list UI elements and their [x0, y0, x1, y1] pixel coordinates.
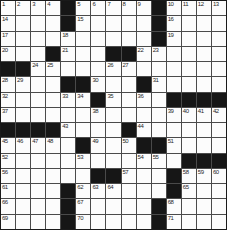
cell-r11c8[interactable]	[106, 154, 120, 168]
cell-r8c13[interactable]: 40	[182, 108, 196, 122]
cell-r2c4[interactable]	[46, 16, 60, 30]
cell-r1c1[interactable]: 1	[1, 1, 15, 15]
clue-number-34: 34	[77, 93, 83, 100]
clue-number-5: 5	[77, 1, 80, 8]
black-cell-r9c2	[16, 123, 30, 137]
clue-number-16: 16	[168, 16, 174, 23]
cell-r5c3[interactable]: 24	[31, 62, 45, 76]
cell-r15c10[interactable]	[137, 215, 151, 229]
cell-r4c6[interactable]	[76, 47, 90, 61]
cell-r10c1[interactable]: 45	[1, 138, 15, 152]
black-cell-r5c2	[16, 62, 30, 76]
cell-r14c7[interactable]	[91, 199, 105, 213]
cell-r7c6[interactable]: 34	[76, 93, 90, 107]
cell-r4c3[interactable]	[31, 47, 45, 61]
cell-r9c8[interactable]	[106, 123, 120, 137]
black-cell-r10c11	[152, 138, 166, 152]
cell-r1c9[interactable]: 8	[122, 1, 136, 15]
cell-r8c3[interactable]	[31, 108, 45, 122]
cell-r15c9[interactable]	[122, 215, 136, 229]
cell-r9c11[interactable]	[152, 123, 166, 137]
clue-number-20: 20	[2, 47, 8, 54]
clue-number-65: 65	[183, 184, 189, 191]
clue-number-44: 44	[138, 123, 144, 130]
cell-r13c10[interactable]	[137, 184, 151, 198]
clue-number-63: 63	[92, 184, 98, 191]
clue-number-35: 35	[107, 93, 113, 100]
clue-number-52: 52	[2, 154, 8, 161]
black-cell-r2c11	[152, 16, 166, 30]
cell-r11c7[interactable]	[91, 154, 105, 168]
clue-number-53: 53	[77, 154, 83, 161]
clue-number-47: 47	[32, 138, 38, 145]
cell-r4c10[interactable]: 22	[137, 47, 151, 61]
cell-r9c5[interactable]: 43	[61, 123, 75, 137]
cell-r14c3[interactable]	[31, 199, 45, 213]
cell-r2c10[interactable]	[137, 16, 151, 30]
clue-number-36: 36	[138, 93, 144, 100]
cell-r5c10[interactable]	[137, 62, 151, 76]
cell-r10c4[interactable]: 48	[46, 138, 60, 152]
clue-number-27: 27	[123, 62, 129, 69]
clue-number-2: 2	[17, 1, 20, 8]
clue-number-51: 51	[168, 138, 174, 145]
cell-r15c7[interactable]	[91, 215, 105, 229]
cell-r13c2[interactable]	[16, 184, 30, 198]
cell-r12c6[interactable]	[76, 169, 90, 183]
clue-number-23: 23	[153, 47, 159, 54]
cell-r4c1[interactable]: 20	[1, 47, 15, 61]
cell-r1c4[interactable]: 4	[46, 1, 60, 15]
clue-number-29: 29	[17, 77, 23, 84]
cell-r9c6[interactable]	[76, 123, 90, 137]
cell-r2c6[interactable]: 15	[76, 16, 90, 30]
cell-r1c3[interactable]: 3	[31, 1, 45, 15]
cell-r3c9[interactable]	[122, 32, 136, 46]
cell-r11c1[interactable]: 52	[1, 154, 15, 168]
black-cell-r6c5	[61, 77, 75, 91]
cell-r11c4[interactable]	[46, 154, 60, 168]
clue-number-42: 42	[213, 108, 219, 115]
cell-r8c7[interactable]: 38	[91, 108, 105, 122]
cell-r14c2[interactable]	[16, 199, 30, 213]
cell-r14c15[interactable]	[212, 199, 226, 213]
cell-r3c4[interactable]	[46, 32, 60, 46]
cell-r2c13[interactable]	[182, 16, 196, 30]
cell-r12c9[interactable]: 57	[122, 169, 136, 183]
cell-r4c5[interactable]: 21	[61, 47, 75, 61]
cell-r5c9[interactable]: 27	[122, 62, 136, 76]
cell-r8c14[interactable]: 41	[197, 108, 211, 122]
black-cell-r1c11	[152, 1, 166, 15]
clue-number-25: 25	[47, 62, 53, 69]
cell-r8c11[interactable]	[152, 108, 166, 122]
clue-number-50: 50	[123, 138, 129, 145]
cell-r2c15[interactable]	[212, 16, 226, 30]
clue-number-40: 40	[183, 108, 189, 115]
clue-number-6: 6	[92, 1, 95, 8]
cell-r1c15[interactable]: 13	[212, 1, 226, 15]
cell-r1c13[interactable]: 11	[182, 1, 196, 15]
cell-r6c15[interactable]	[212, 77, 226, 91]
cell-r5c5[interactable]	[61, 62, 75, 76]
cell-r13c15[interactable]	[212, 184, 226, 198]
cell-r12c3[interactable]	[31, 169, 45, 183]
cell-r3c7[interactable]	[91, 32, 105, 46]
cell-r13c11[interactable]	[152, 184, 166, 198]
cell-r13c1[interactable]: 61	[1, 184, 15, 198]
cell-r6c2[interactable]: 29	[16, 77, 30, 91]
clue-number-24: 24	[32, 62, 38, 69]
black-cell-r11c13	[182, 154, 196, 168]
clue-number-57: 57	[123, 169, 129, 176]
cell-r3c8[interactable]	[106, 32, 120, 46]
cell-r4c14[interactable]	[197, 47, 211, 61]
cell-r10c3[interactable]: 47	[31, 138, 45, 152]
cell-r12c10[interactable]	[137, 169, 151, 183]
cell-r3c1[interactable]: 17	[1, 32, 15, 46]
cell-r1c2[interactable]: 2	[16, 1, 30, 15]
clue-number-66: 66	[2, 199, 8, 206]
clue-number-43: 43	[62, 123, 68, 130]
clue-number-30: 30	[92, 77, 98, 84]
black-cell-r12c7	[91, 169, 105, 183]
clue-number-71: 71	[168, 215, 174, 222]
cell-r12c4[interactable]	[46, 169, 60, 183]
clue-number-60: 60	[213, 169, 219, 176]
clue-number-11: 11	[183, 1, 188, 8]
clue-number-39: 39	[168, 108, 174, 115]
cell-r13c7[interactable]: 63	[91, 184, 105, 198]
cell-r11c6[interactable]: 53	[76, 154, 90, 168]
clue-number-70: 70	[77, 215, 83, 222]
cell-r2c2[interactable]	[16, 16, 30, 30]
black-cell-r4c4	[46, 47, 60, 61]
black-cell-r5c1	[1, 62, 15, 76]
cell-r6c11[interactable]: 31	[152, 77, 166, 91]
clue-number-56: 56	[2, 169, 8, 176]
cell-r13c6[interactable]: 62	[76, 184, 90, 198]
cell-r7c1[interactable]: 32	[1, 93, 15, 107]
clue-number-37: 37	[2, 108, 8, 115]
black-cell-r7c15	[212, 93, 226, 107]
cell-r13c3[interactable]	[31, 184, 45, 198]
black-cell-r4c8	[106, 47, 120, 61]
cell-r5c13[interactable]	[182, 62, 196, 76]
black-cell-r12c8	[106, 169, 120, 183]
cell-r6c3[interactable]	[31, 77, 45, 91]
cell-r6c12[interactable]	[167, 77, 181, 91]
cell-r2c7[interactable]	[91, 16, 105, 30]
cell-r14c12[interactable]: 68	[167, 199, 181, 213]
cell-r6c9[interactable]	[122, 77, 136, 91]
cell-r4c12[interactable]	[167, 47, 181, 61]
cell-r7c9[interactable]	[122, 93, 136, 107]
cell-r11c3[interactable]	[31, 154, 45, 168]
clue-number-14: 14	[2, 16, 8, 23]
cell-r15c1[interactable]: 69	[1, 215, 15, 229]
black-cell-r14c5	[61, 199, 75, 213]
cell-r12c15[interactable]: 60	[212, 169, 226, 183]
black-cell-r14c11	[152, 199, 166, 213]
cell-r7c8[interactable]: 35	[106, 93, 120, 107]
cell-r5c15[interactable]	[212, 62, 226, 76]
black-cell-r10c10	[137, 138, 151, 152]
cell-r15c13[interactable]	[182, 215, 196, 229]
cell-r14c10[interactable]	[137, 199, 151, 213]
cell-r6c8[interactable]	[106, 77, 120, 91]
clue-number-59: 59	[198, 169, 204, 176]
cell-r5c12[interactable]	[167, 62, 181, 76]
cell-r10c5[interactable]	[61, 138, 75, 152]
clue-number-55: 55	[153, 154, 159, 161]
cell-r8c6[interactable]	[76, 108, 90, 122]
cell-r15c2[interactable]	[16, 215, 30, 229]
cell-r13c4[interactable]	[46, 184, 60, 198]
clue-number-4: 4	[47, 1, 50, 8]
cell-r3c6[interactable]	[76, 32, 90, 46]
cell-r14c1[interactable]: 66	[1, 199, 15, 213]
cell-r13c8[interactable]: 64	[106, 184, 120, 198]
clue-number-58: 58	[183, 169, 189, 176]
cell-r3c13[interactable]	[182, 32, 196, 46]
cell-r11c12[interactable]	[167, 154, 181, 168]
black-cell-r3c11	[152, 32, 166, 46]
cell-r9c15[interactable]	[212, 123, 226, 137]
clue-number-13: 13	[213, 1, 219, 8]
cell-r13c9[interactable]	[122, 184, 136, 198]
clue-number-61: 61	[2, 184, 8, 191]
cell-r3c2[interactable]	[16, 32, 30, 46]
clue-number-19: 19	[168, 32, 174, 39]
clue-number-21: 21	[62, 47, 68, 54]
cell-r14c9[interactable]	[122, 199, 136, 213]
black-cell-r6c10	[137, 77, 151, 91]
cell-r12c14[interactable]: 59	[197, 169, 211, 183]
clue-number-9: 9	[138, 1, 141, 8]
clue-number-22: 22	[138, 47, 144, 54]
cell-r11c11[interactable]: 55	[152, 154, 166, 168]
clue-number-10: 10	[168, 1, 174, 8]
cell-r7c10[interactable]: 36	[137, 93, 151, 107]
clue-number-28: 28	[2, 77, 8, 84]
cell-r10c13[interactable]	[182, 138, 196, 152]
cell-r10c2[interactable]: 46	[16, 138, 30, 152]
clue-number-8: 8	[123, 1, 126, 8]
clue-number-3: 3	[32, 1, 35, 8]
cell-r3c5[interactable]: 18	[61, 32, 75, 46]
cell-r9c12[interactable]	[167, 123, 181, 137]
clue-number-18: 18	[62, 32, 68, 39]
cell-r10c7[interactable]: 49	[91, 138, 105, 152]
cell-r9c13[interactable]	[182, 123, 196, 137]
cell-r2c14[interactable]	[197, 16, 211, 30]
black-cell-r9c9	[122, 123, 136, 137]
cell-r13c14[interactable]	[197, 184, 211, 198]
black-cell-r15c5	[61, 215, 75, 229]
clue-number-32: 32	[2, 93, 8, 100]
cell-r6c1[interactable]: 28	[1, 77, 15, 91]
black-cell-r10c6	[76, 138, 90, 152]
cell-r12c5[interactable]	[61, 169, 75, 183]
cell-r12c1[interactable]: 56	[1, 169, 15, 183]
cell-r5c4[interactable]: 25	[46, 62, 60, 76]
cell-r5c7[interactable]	[91, 62, 105, 76]
cell-r12c11[interactable]	[152, 169, 166, 183]
cell-r1c8[interactable]: 7	[106, 1, 120, 15]
black-cell-r1c5	[61, 1, 75, 15]
clue-number-54: 54	[138, 154, 144, 161]
cell-r12c13[interactable]: 58	[182, 169, 196, 183]
cell-r5c6[interactable]	[76, 62, 90, 76]
clue-number-26: 26	[107, 62, 113, 69]
clue-number-41: 41	[198, 108, 204, 115]
cell-r15c8[interactable]	[106, 215, 120, 229]
black-cell-r11c15	[212, 154, 226, 168]
cell-r3c15[interactable]	[212, 32, 226, 46]
cell-r8c9[interactable]	[122, 108, 136, 122]
cell-r6c13[interactable]	[182, 77, 196, 91]
cell-r2c12[interactable]: 16	[167, 16, 181, 30]
black-cell-r13c12	[167, 184, 181, 198]
cell-r14c6[interactable]: 67	[76, 199, 90, 213]
clue-number-1: 1	[2, 1, 5, 8]
cell-r15c6[interactable]: 70	[76, 215, 90, 229]
cell-r15c14[interactable]	[197, 215, 211, 229]
cell-r4c15[interactable]	[212, 47, 226, 61]
cell-r8c1[interactable]: 37	[1, 108, 15, 122]
cell-r3c3[interactable]	[31, 32, 45, 46]
clue-number-7: 7	[107, 1, 110, 8]
black-cell-r7c12	[167, 93, 181, 107]
black-cell-r2c5	[61, 16, 75, 30]
clue-number-15: 15	[77, 16, 83, 23]
clue-number-45: 45	[2, 138, 8, 145]
cell-r10c12[interactable]: 51	[167, 138, 181, 152]
black-cell-r4c9	[122, 47, 136, 61]
cell-r3c10[interactable]	[137, 32, 151, 46]
cell-r6c4[interactable]	[46, 77, 60, 91]
cell-r7c5[interactable]: 33	[61, 93, 75, 107]
cell-r15c15[interactable]	[212, 215, 226, 229]
black-cell-r7c7	[91, 93, 105, 107]
clue-number-12: 12	[198, 1, 204, 8]
cell-r5c8[interactable]: 26	[106, 62, 120, 76]
cell-r4c2[interactable]	[16, 47, 30, 61]
cell-r4c11[interactable]: 23	[152, 47, 166, 61]
cell-r10c9[interactable]: 50	[122, 138, 136, 152]
cell-r13c13[interactable]: 65	[182, 184, 196, 198]
cell-r3c14[interactable]	[197, 32, 211, 46]
cell-r2c9[interactable]	[122, 16, 136, 30]
cell-r11c9[interactable]	[122, 154, 136, 168]
cell-r14c14[interactable]	[197, 199, 211, 213]
cell-r3c12[interactable]: 19	[167, 32, 181, 46]
cell-r12c2[interactable]	[16, 169, 30, 183]
cell-r15c12[interactable]: 71	[167, 215, 181, 229]
cell-r11c2[interactable]	[16, 154, 30, 168]
black-cell-r15c11	[152, 215, 166, 229]
clue-number-62: 62	[77, 184, 83, 191]
clue-number-49: 49	[92, 138, 98, 145]
clue-number-67: 67	[77, 199, 83, 206]
cell-r10c8[interactable]	[106, 138, 120, 152]
cell-r1c6[interactable]: 5	[76, 1, 90, 15]
crossword-board: 1234567891011121314151617181920212223242…	[0, 0, 227, 230]
cell-r2c3[interactable]	[31, 16, 45, 30]
cell-r14c13[interactable]	[182, 199, 196, 213]
clue-number-48: 48	[47, 138, 53, 145]
cell-r2c1[interactable]: 14	[1, 16, 15, 30]
cell-r11c5[interactable]	[61, 154, 75, 168]
cell-r1c10[interactable]: 9	[137, 1, 151, 15]
cell-r15c3[interactable]	[31, 215, 45, 229]
clue-number-33: 33	[62, 93, 68, 100]
cell-r7c4[interactable]	[46, 93, 60, 107]
clue-number-31: 31	[153, 77, 159, 84]
black-cell-r7c14	[197, 93, 211, 107]
cell-r8c10[interactable]	[137, 108, 151, 122]
cell-r2c8[interactable]	[106, 16, 120, 30]
cell-r7c2[interactable]	[16, 93, 30, 107]
black-cell-r12c12	[167, 169, 181, 183]
cell-r8c8[interactable]	[106, 108, 120, 122]
cell-r5c14[interactable]	[197, 62, 211, 76]
cell-r8c15[interactable]: 42	[212, 108, 226, 122]
crossword-grid: 1234567891011121314151617181920212223242…	[0, 0, 227, 230]
cell-r7c3[interactable]	[31, 93, 45, 107]
cell-r4c13[interactable]	[182, 47, 196, 61]
black-cell-r13c5	[61, 184, 75, 198]
cell-r8c5[interactable]	[61, 108, 75, 122]
clue-number-68: 68	[168, 199, 174, 206]
cell-r7c11[interactable]	[152, 93, 166, 107]
cell-r5c11[interactable]	[152, 62, 166, 76]
cell-r8c12[interactable]: 39	[167, 108, 181, 122]
clue-number-64: 64	[107, 184, 113, 191]
cell-r10c15[interactable]	[212, 138, 226, 152]
cell-r14c8[interactable]	[106, 199, 120, 213]
cell-r8c4[interactable]	[46, 108, 60, 122]
black-cell-r9c3	[31, 123, 45, 137]
black-cell-r7c13	[182, 93, 196, 107]
cell-r1c7[interactable]: 6	[91, 1, 105, 15]
black-cell-r6c6	[76, 77, 90, 91]
black-cell-r9c4	[46, 123, 60, 137]
cell-r15c4[interactable]	[46, 215, 60, 229]
clue-number-38: 38	[92, 108, 98, 115]
cell-r9c10[interactable]: 44	[137, 123, 151, 137]
clue-number-69: 69	[2, 215, 8, 222]
cell-r10c14[interactable]	[197, 138, 211, 152]
clue-number-46: 46	[17, 138, 23, 145]
cell-r9c14[interactable]	[197, 123, 211, 137]
clue-number-17: 17	[2, 32, 8, 39]
black-cell-r9c1	[1, 123, 15, 137]
cell-r11c10[interactable]: 54	[137, 154, 151, 168]
cell-r4c7[interactable]	[91, 47, 105, 61]
cell-r6c14[interactable]	[197, 77, 211, 91]
black-cell-r11c14	[197, 154, 211, 168]
cell-r9c7[interactable]	[91, 123, 105, 137]
cell-r8c2[interactable]	[16, 108, 30, 122]
cell-r1c14[interactable]: 12	[197, 1, 211, 15]
cell-r1c12[interactable]: 10	[167, 1, 181, 15]
cell-r14c4[interactable]	[46, 199, 60, 213]
cell-r6c7[interactable]: 30	[91, 77, 105, 91]
